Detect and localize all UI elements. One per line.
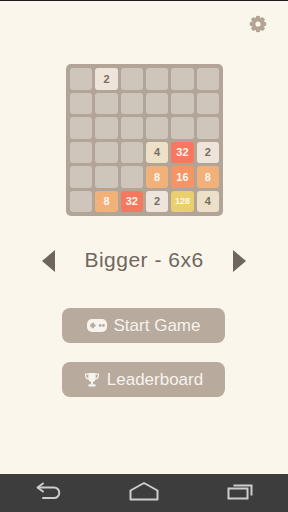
empty-cell [197, 93, 219, 115]
empty-cell [121, 142, 143, 164]
mode-selector: Bigger - 6x6 [0, 246, 288, 276]
empty-cell [70, 117, 92, 139]
tile-2: 2 [197, 142, 219, 164]
tile-8: 8 [95, 191, 117, 213]
tile-4: 4 [197, 191, 219, 213]
empty-cell [121, 117, 143, 139]
empty-cell [95, 117, 117, 139]
empty-cell [146, 68, 168, 90]
home-button[interactable] [114, 478, 174, 508]
empty-cell [197, 68, 219, 90]
empty-cell [146, 117, 168, 139]
empty-cell [171, 93, 193, 115]
home-icon [128, 481, 160, 505]
empty-cell [95, 93, 117, 115]
gamepad-icon [87, 319, 107, 332]
back-button[interactable] [18, 478, 78, 508]
empty-cell [95, 142, 117, 164]
tile-4: 4 [146, 142, 168, 164]
leaderboard-button[interactable]: Leaderboard [62, 362, 225, 397]
next-mode-arrow[interactable] [233, 250, 246, 272]
empty-cell [121, 166, 143, 188]
tile-128: 128 [171, 191, 193, 213]
tile-32: 32 [171, 142, 193, 164]
empty-cell [70, 93, 92, 115]
recents-icon [227, 482, 253, 505]
empty-cell [171, 117, 193, 139]
tile-32: 32 [121, 191, 143, 213]
start-game-label: Start Game [114, 316, 201, 336]
leaderboard-label: Leaderboard [107, 370, 203, 390]
app-screen: 24322816883221284 Bigger - 6x6 Start Gam… [0, 0, 288, 512]
empty-cell [197, 117, 219, 139]
empty-cell [171, 68, 193, 90]
board: 24322816883221284 [66, 64, 223, 216]
tile-2: 2 [95, 68, 117, 90]
tile-2: 2 [146, 191, 168, 213]
empty-cell [146, 93, 168, 115]
status-bar [0, 0, 288, 1]
recents-button[interactable] [210, 478, 270, 508]
empty-cell [70, 166, 92, 188]
settings-button[interactable] [248, 14, 268, 34]
back-icon [34, 482, 62, 504]
empty-cell [95, 166, 117, 188]
tile-8: 8 [197, 166, 219, 188]
empty-cell [70, 191, 92, 213]
android-navbar [0, 474, 288, 512]
empty-cell [121, 93, 143, 115]
trophy-icon [84, 372, 100, 388]
start-game-button[interactable]: Start Game [62, 308, 225, 343]
tile-16: 16 [171, 166, 193, 188]
empty-cell [70, 68, 92, 90]
empty-cell [121, 68, 143, 90]
gear-icon [248, 20, 268, 37]
empty-cell [70, 142, 92, 164]
tile-8: 8 [146, 166, 168, 188]
